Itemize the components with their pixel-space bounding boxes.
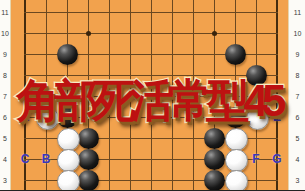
black-stone bbox=[78, 170, 99, 191]
row-coordinate: 7 bbox=[0, 93, 10, 100]
move-label-f[interactable]: F bbox=[249, 153, 263, 165]
black-stone bbox=[78, 128, 99, 149]
star-point bbox=[86, 31, 91, 36]
row-coordinate: 3 bbox=[289, 177, 305, 184]
row-coordinate: 6 bbox=[0, 114, 10, 121]
white-stone bbox=[57, 128, 80, 151]
black-stone bbox=[57, 107, 78, 128]
white-stone bbox=[225, 149, 248, 172]
black-stone bbox=[78, 149, 99, 170]
move-label-a[interactable]: A bbox=[18, 111, 32, 123]
right-coordinate-strip: 11109876543 bbox=[288, 0, 305, 190]
row-coordinate: 4 bbox=[289, 156, 305, 163]
white-stone bbox=[225, 128, 248, 151]
black-stone bbox=[204, 149, 225, 170]
row-coordinate: 8 bbox=[289, 72, 305, 79]
white-stone bbox=[36, 107, 59, 130]
black-stone bbox=[225, 44, 246, 65]
move-label-e[interactable]: E bbox=[270, 111, 284, 123]
row-coordinate: 10 bbox=[0, 30, 10, 37]
black-stone bbox=[204, 128, 225, 149]
go-board[interactable]: 11109876543 11109876543 ABCEFG 角部死活常型45 bbox=[0, 0, 305, 190]
star-point bbox=[149, 94, 154, 99]
row-coordinate: 6 bbox=[289, 114, 305, 121]
move-label-b[interactable]: B bbox=[39, 153, 53, 165]
row-coordinate: 11 bbox=[289, 9, 305, 16]
white-stone bbox=[57, 149, 80, 172]
black-stone bbox=[246, 65, 267, 86]
row-coordinate: 3 bbox=[0, 177, 10, 184]
row-coordinate: 11 bbox=[0, 9, 10, 16]
black-stone bbox=[57, 44, 78, 65]
white-stone bbox=[246, 107, 269, 130]
left-coordinate-strip: 11109876543 bbox=[0, 0, 11, 190]
row-coordinate: 4 bbox=[0, 156, 10, 163]
star-point bbox=[212, 31, 217, 36]
black-stone bbox=[204, 170, 225, 191]
row-coordinate: 9 bbox=[289, 51, 305, 58]
black-stone bbox=[225, 107, 246, 128]
move-label-c[interactable]: C bbox=[18, 153, 32, 165]
white-stone bbox=[57, 170, 80, 191]
white-stone bbox=[225, 170, 248, 191]
row-coordinate: 10 bbox=[289, 30, 305, 37]
grid-line-h bbox=[24, 33, 278, 34]
row-coordinate: 5 bbox=[0, 135, 10, 142]
row-coordinate: 7 bbox=[289, 93, 305, 100]
grid-line-h bbox=[24, 75, 278, 76]
move-label-g[interactable]: G bbox=[270, 153, 284, 165]
grid-line-h bbox=[24, 12, 278, 13]
row-coordinate: 8 bbox=[0, 72, 10, 79]
row-coordinate: 5 bbox=[289, 135, 305, 142]
row-coordinate: 9 bbox=[0, 51, 10, 58]
